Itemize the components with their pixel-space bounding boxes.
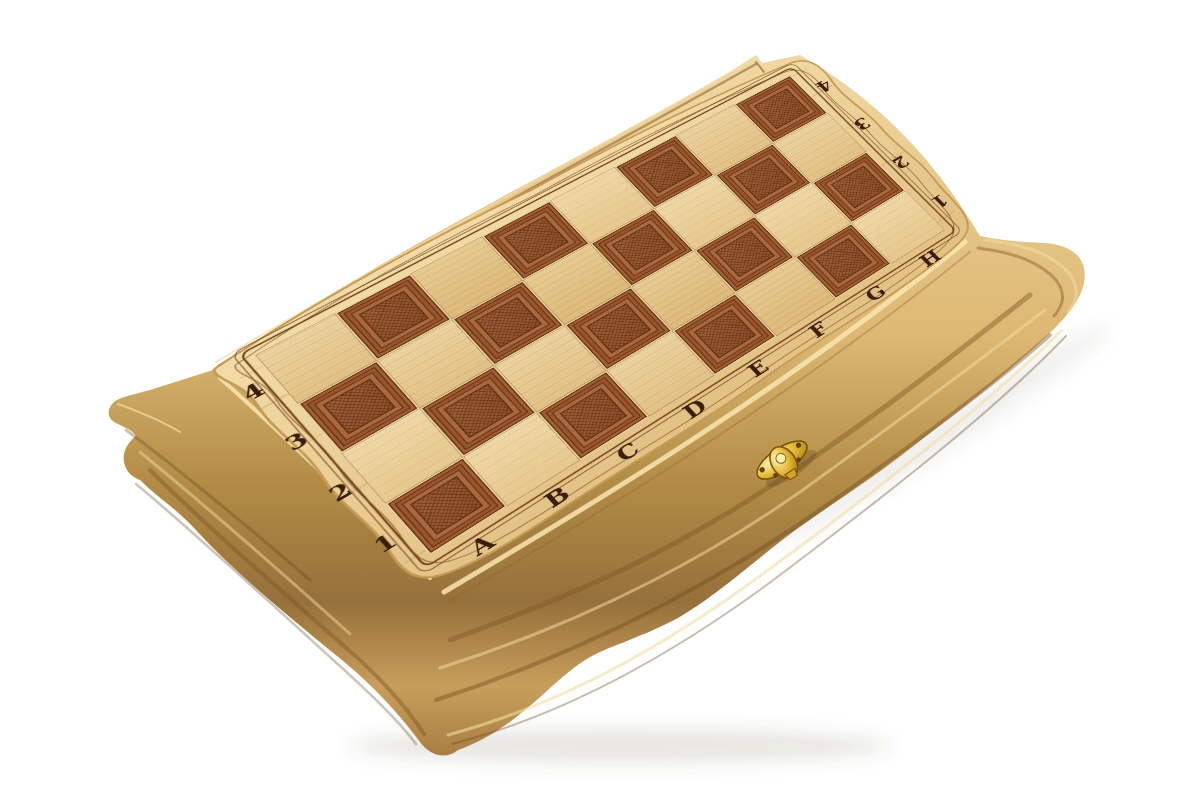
scene: ABCDEFGH44332211 — [0, 0, 1200, 800]
